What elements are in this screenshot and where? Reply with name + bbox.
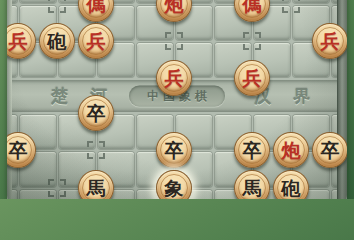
point-marker-corner [87, 141, 93, 147]
point-marker-corner [48, 0, 54, 1]
piece-red-horse[interactable]: 傌 [234, 0, 270, 22]
xiangqi-game-screen: { "game": { "name": "xiangqi", "descript… [0, 0, 354, 199]
piece-red-soldier[interactable]: 兵 [234, 60, 270, 96]
point-marker [243, 32, 261, 50]
piece-red-cannon[interactable]: 炮 [156, 0, 192, 22]
point-marker-corner [60, 179, 66, 185]
piece-character: 卒 [157, 133, 191, 167]
piece-black-cannon[interactable]: 砲 [39, 23, 75, 59]
piece-character: 砲 [274, 171, 308, 199]
point-marker-corner [255, 44, 261, 50]
piece-black-soldier[interactable]: 卒 [156, 132, 192, 168]
piece-character: 傌 [235, 0, 269, 21]
point-marker-corner [165, 32, 171, 38]
piece-red-soldier[interactable]: 兵 [78, 23, 114, 59]
point-marker-corner [294, 7, 300, 13]
piece-character: 馬 [79, 171, 113, 199]
point-marker-corner [294, 0, 300, 1]
piece-black-soldier[interactable]: 卒 [7, 132, 36, 168]
piece-red-soldier[interactable]: 兵 [312, 23, 347, 59]
point-marker [165, 32, 183, 50]
piece-character: 傌 [79, 0, 113, 21]
piece-red-horse[interactable]: 傌 [78, 0, 114, 22]
piece-character: 馬 [235, 171, 269, 199]
point-marker-corner [165, 44, 171, 50]
piece-character: 象 [157, 171, 191, 199]
point-marker-corner [48, 7, 54, 13]
xiangqi-board[interactable]: 楚河 汉界 中国象棋 傌炮傌兵砲兵兵兵兵卒卒卒卒炮卒馬象馬砲 [7, 0, 347, 199]
point-marker-corner [177, 44, 183, 50]
point-marker-corner [243, 44, 249, 50]
piece-red-soldier[interactable]: 兵 [156, 60, 192, 96]
piece-red-cannon[interactable]: 炮 [273, 132, 309, 168]
point-marker [87, 141, 105, 159]
piece-character: 卒 [313, 133, 347, 167]
piece-black-horse[interactable]: 馬 [234, 170, 270, 199]
point-marker [48, 0, 66, 13]
point-marker-corner [243, 32, 249, 38]
piece-character: 兵 [79, 24, 113, 58]
point-marker-corner [48, 191, 54, 197]
point-marker [282, 0, 300, 13]
point-marker-corner [48, 179, 54, 185]
piece-black-horse[interactable]: 馬 [78, 170, 114, 199]
point-marker-corner [282, 7, 288, 13]
point-marker-corner [99, 153, 105, 159]
piece-character: 炮 [274, 133, 308, 167]
piece-black-soldier[interactable]: 卒 [234, 132, 270, 168]
point-marker-corner [87, 153, 93, 159]
piece-character: 卒 [235, 133, 269, 167]
point-marker-corner [177, 32, 183, 38]
piece-black-soldier[interactable]: 卒 [312, 132, 347, 168]
point-marker-corner [99, 141, 105, 147]
point-marker-corner [282, 0, 288, 1]
point-marker-corner [255, 32, 261, 38]
piece-character: 兵 [7, 24, 35, 58]
piece-character: 兵 [313, 24, 347, 58]
piece-red-soldier[interactable]: 兵 [7, 23, 36, 59]
piece-character: 炮 [157, 0, 191, 21]
piece-character: 卒 [79, 96, 113, 130]
piece-black-soldier[interactable]: 卒 [78, 95, 114, 131]
piece-character: 卒 [7, 133, 35, 167]
point-marker-corner [60, 0, 66, 1]
piece-character: 兵 [235, 61, 269, 95]
piece-character: 兵 [157, 61, 191, 95]
point-marker-corner [60, 7, 66, 13]
piece-character: 砲 [40, 24, 74, 58]
point-marker [48, 179, 66, 197]
piece-black-cannon[interactable]: 砲 [273, 170, 309, 199]
point-marker-corner [60, 191, 66, 197]
piece-black-elephant-selected[interactable]: 象 [156, 170, 192, 199]
